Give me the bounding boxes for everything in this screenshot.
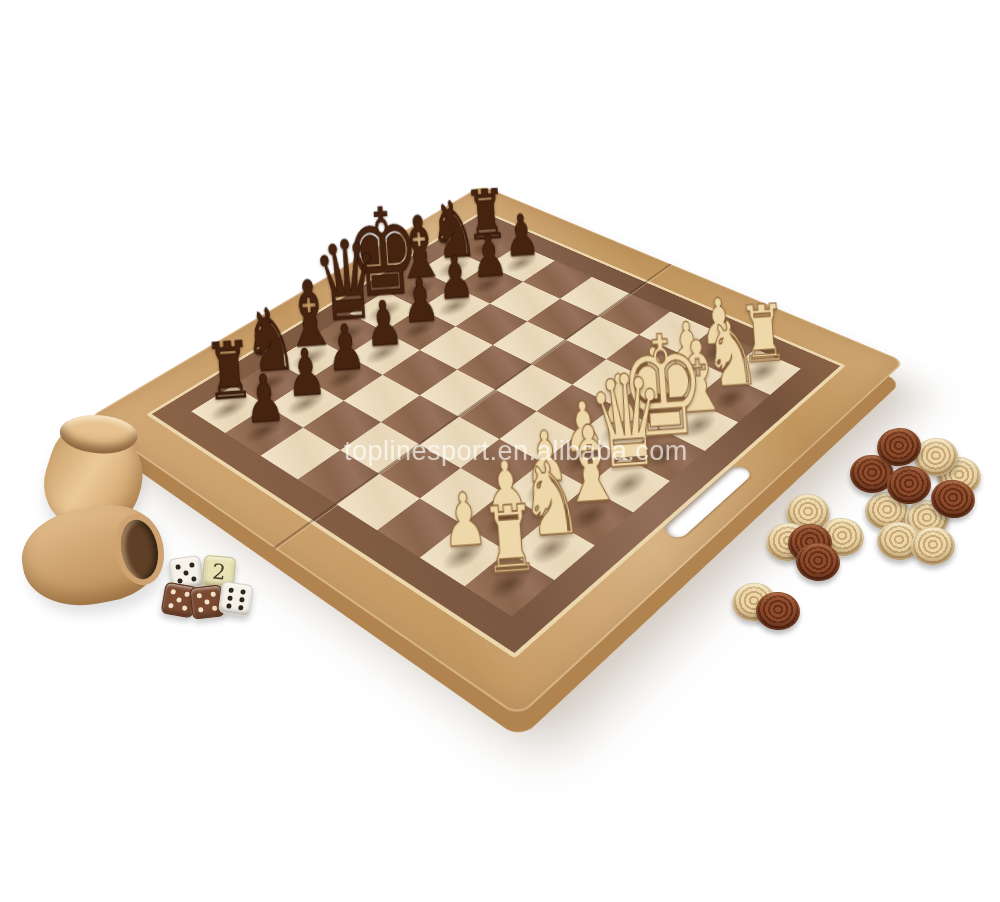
piece-black-pawn[interactable]: ♟ bbox=[242, 365, 286, 433]
die-pip bbox=[198, 607, 203, 612]
die-pip bbox=[170, 589, 176, 595]
die-pip bbox=[175, 564, 181, 570]
die-pip bbox=[183, 570, 189, 576]
die-pip bbox=[238, 605, 244, 611]
die-pip bbox=[227, 595, 233, 601]
die-pip bbox=[176, 597, 182, 603]
product-photo-canvas: ♜♞♝♛♚♝♞♜♟♟♟♟♟♟♟♟♟♟♟♟♟♟♟♟♜♞♝♛♚♝♞♜ topline… bbox=[0, 0, 1000, 902]
die-pip bbox=[240, 589, 246, 595]
die-5-white bbox=[218, 581, 254, 617]
die-pip bbox=[189, 562, 195, 568]
die-pip bbox=[191, 576, 197, 582]
die-pip bbox=[211, 591, 216, 596]
die-pip bbox=[204, 599, 209, 604]
die-pip bbox=[239, 597, 245, 603]
die-pip bbox=[168, 603, 174, 609]
die-pip bbox=[226, 603, 232, 609]
die-pip bbox=[212, 606, 217, 611]
die-pip bbox=[196, 593, 201, 598]
die-pip bbox=[228, 588, 234, 594]
die-pip bbox=[182, 605, 188, 611]
watermark-text: toplinesport.en.alibaba.com bbox=[344, 436, 688, 467]
piece-white-rook[interactable]: ♜ bbox=[479, 492, 541, 588]
piece-black-pawn[interactable]: ♟ bbox=[284, 340, 327, 407]
